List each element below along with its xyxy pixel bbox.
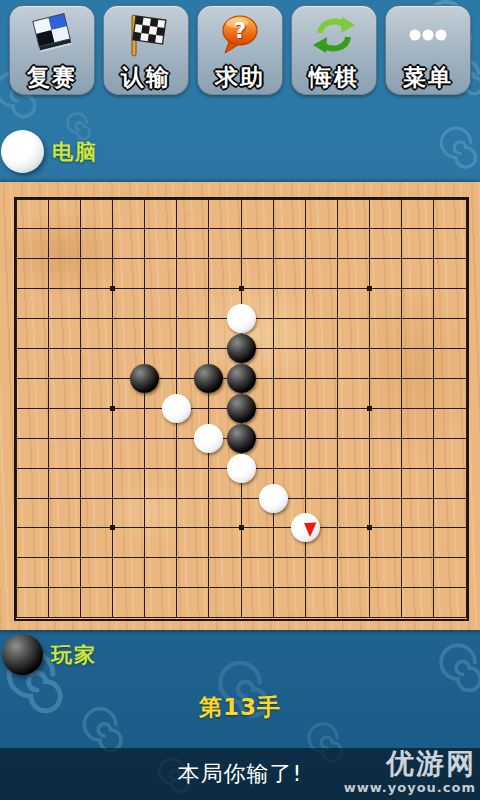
- star-point: [239, 525, 244, 530]
- computer-white-stone-indicator: [1, 130, 44, 173]
- swirl-decoration: [428, 636, 480, 696]
- star-point: [367, 286, 372, 291]
- last-move-marker-icon: [291, 513, 320, 542]
- watermark-url: www.yoyou.com: [344, 781, 476, 794]
- grid-line: [16, 498, 466, 499]
- black-stone: [227, 364, 256, 393]
- black-stone: [227, 334, 256, 363]
- grid-line: [337, 199, 338, 618]
- star-point: [110, 525, 115, 530]
- resign-button-label: 认输: [121, 64, 171, 91]
- star-point: [239, 286, 244, 291]
- white-stone: [259, 484, 288, 513]
- computer-label: 电脑: [52, 138, 98, 166]
- black-stone: [227, 394, 256, 423]
- replay-button-label: 复赛: [27, 64, 77, 91]
- human-player-row: 玩家: [2, 634, 97, 675]
- star-point: [367, 525, 372, 530]
- menu-dots-icon: [403, 11, 453, 59]
- star-point: [367, 406, 372, 411]
- black-stone: [130, 364, 159, 393]
- swirl-decoration: [430, 120, 480, 172]
- player-label: 玩家: [51, 641, 97, 669]
- help-question-icon: ? ?: [215, 11, 265, 59]
- svg-text:?: ?: [234, 19, 246, 43]
- grid-line: [401, 199, 402, 618]
- star-point: [110, 406, 115, 411]
- move-counter: 第13手: [0, 692, 480, 723]
- resign-flag-icon: [121, 11, 171, 59]
- resign-button[interactable]: 认输: [103, 5, 189, 95]
- grid-line: [16, 557, 466, 558]
- player-black-stone-indicator: [2, 634, 43, 675]
- replay-board-icon: [27, 11, 77, 59]
- star-point: [110, 286, 115, 291]
- status-bar: 本局你输了! 优游网 www.yoyou.com: [0, 748, 480, 800]
- undo-button-label: 悔棋: [309, 64, 359, 91]
- gomoku-board[interactable]: [0, 182, 480, 630]
- help-button[interactable]: ? ? 求助: [197, 5, 283, 95]
- white-stone: [227, 454, 256, 483]
- white-stone: [162, 394, 191, 423]
- watermark-site-name: 优游网: [344, 750, 476, 778]
- replay-button[interactable]: 复赛: [9, 5, 95, 95]
- grid-line: [273, 199, 274, 618]
- white-stone-last-move: [291, 513, 320, 542]
- menu-button[interactable]: 菜单: [385, 5, 471, 95]
- white-stone: [227, 304, 256, 333]
- grid-line: [305, 199, 306, 618]
- grid-line: [466, 199, 467, 618]
- grid-line: [16, 587, 466, 588]
- undo-button[interactable]: 悔棋: [291, 5, 377, 95]
- gomoku-app-screen: 复赛 认输: [0, 0, 480, 800]
- help-button-label: 求助: [215, 64, 265, 91]
- menu-button-label: 菜单: [403, 64, 453, 91]
- computer-player-row: 电脑: [1, 130, 98, 173]
- undo-arrows-icon: [309, 11, 359, 59]
- grid-line: [433, 199, 434, 618]
- watermark: 优游网 www.yoyou.com: [344, 750, 476, 794]
- black-stone: [227, 424, 256, 453]
- toolbar: 复赛 认输: [0, 5, 480, 97]
- grid-line: [16, 617, 466, 618]
- white-stone: [194, 424, 223, 453]
